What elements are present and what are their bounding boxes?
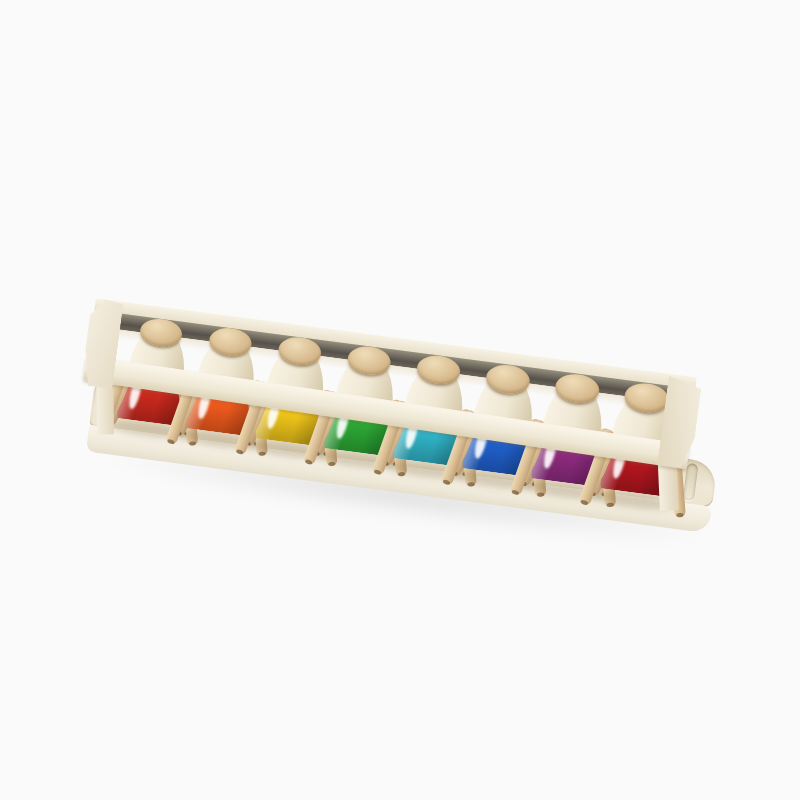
tap-bell-toy [71,298,749,561]
bell-row [71,298,749,561]
product-photo-stage [0,0,800,800]
